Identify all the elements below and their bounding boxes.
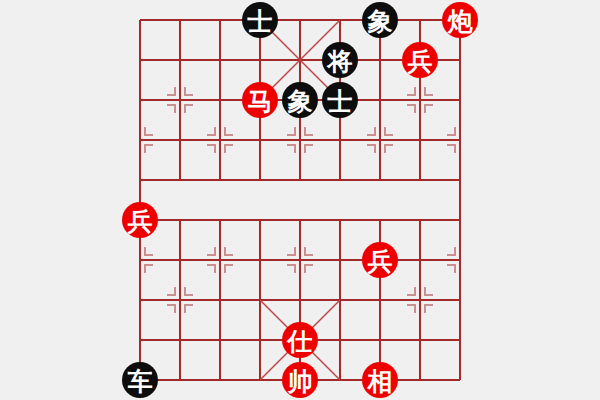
piece-red-horse[interactable]: 马	[242, 82, 278, 118]
piece-red-soldier[interactable]: 兵	[362, 242, 398, 278]
piece-black-elephant[interactable]: 象	[362, 2, 398, 38]
piece-glyph: 士	[328, 89, 353, 114]
piece-glyph: 车	[128, 369, 153, 394]
piece-red-advisor[interactable]: 仕	[282, 322, 318, 358]
piece-glyph: 炮	[448, 9, 473, 34]
piece-glyph: 兵	[408, 49, 433, 74]
piece-glyph: 相	[368, 369, 393, 394]
piece-black-advisor[interactable]: 士	[242, 2, 278, 38]
piece-glyph: 将	[328, 49, 353, 74]
piece-red-soldier[interactable]: 兵	[402, 42, 438, 78]
piece-black-advisor[interactable]: 士	[322, 82, 358, 118]
piece-black-chariot[interactable]: 车	[122, 362, 158, 398]
piece-red-cannon[interactable]: 炮	[442, 2, 478, 38]
piece-glyph: 士	[248, 9, 273, 34]
piece-glyph: 仕	[288, 329, 313, 354]
piece-red-elephant[interactable]: 相	[362, 362, 398, 398]
piece-red-soldier[interactable]: 兵	[122, 202, 158, 238]
piece-glyph: 兵	[368, 249, 393, 274]
piece-glyph: 帅	[288, 369, 313, 394]
piece-glyph: 兵	[128, 209, 153, 234]
piece-glyph: 象	[368, 9, 393, 34]
piece-glyph: 马	[248, 89, 273, 114]
xiangqi-screenshot: 士象炮将兵马象士兵兵仕车帅相	[0, 0, 600, 400]
piece-red-general[interactable]: 帅	[282, 362, 318, 398]
xiangqi-board: 士象炮将兵马象士兵兵仕车帅相	[120, 0, 480, 400]
piece-black-elephant[interactable]: 象	[282, 82, 318, 118]
piece-black-general[interactable]: 将	[322, 42, 358, 78]
piece-glyph: 象	[288, 89, 313, 114]
